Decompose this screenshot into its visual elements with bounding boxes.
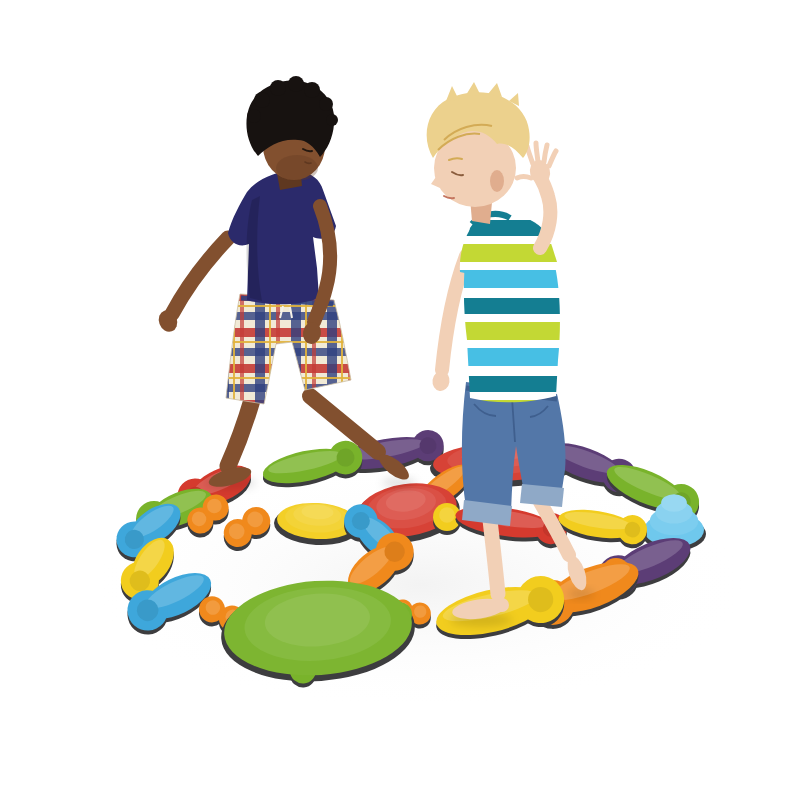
left-child-jaw-shade (276, 155, 318, 181)
product-photo (0, 0, 800, 800)
right-child-front-heel (495, 598, 509, 612)
right-child-back-cuff (520, 484, 564, 507)
scene-svg (0, 0, 800, 800)
left-child-foot-shadow-front (382, 478, 416, 488)
right-child-foot-shadow-back (568, 589, 594, 599)
right-child-front-shin (490, 520, 498, 594)
right-child-ear (490, 170, 504, 192)
